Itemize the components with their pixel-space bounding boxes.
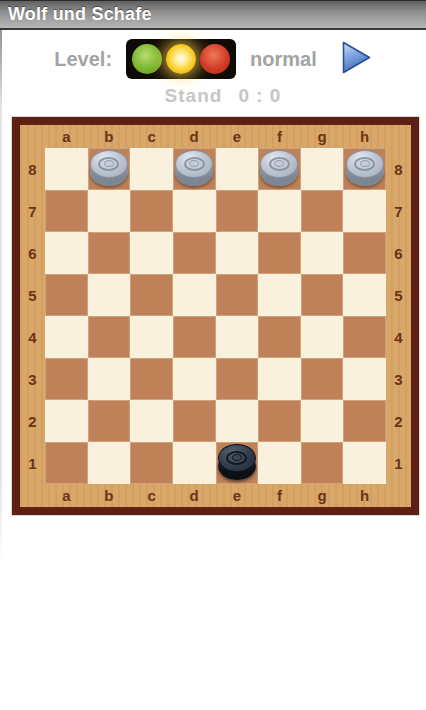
square-d4[interactable] [173,316,216,358]
checkers-board: abcdefgh8877665544332211abcdefgh [12,117,419,515]
score-row: Stand 0 : 0 [10,84,426,108]
square-e1[interactable] [216,442,259,484]
square-b8[interactable] [88,148,131,190]
yellow-light-icon[interactable] [166,44,196,74]
square-h6[interactable] [343,232,386,274]
file-label-top-a: a [45,125,88,148]
square-g8[interactable] [301,148,344,190]
square-g2[interactable] [301,400,344,442]
square-b5[interactable] [88,274,131,316]
square-f1[interactable] [258,442,301,484]
square-g6[interactable] [301,232,344,274]
square-g3[interactable] [301,358,344,400]
file-label-bottom-b: b [88,484,131,507]
square-b6[interactable] [88,232,131,274]
square-d5[interactable] [173,274,216,316]
square-c3[interactable] [130,358,173,400]
piece-center [360,160,370,167]
square-e5[interactable] [216,274,259,316]
piece-center [232,454,242,461]
square-c1[interactable] [130,442,173,484]
square-a3[interactable] [45,358,88,400]
rank-label-right-4: 4 [386,316,411,358]
square-d8[interactable] [173,148,216,190]
square-d7[interactable] [173,190,216,232]
square-g5[interactable] [301,274,344,316]
square-d2[interactable] [173,400,216,442]
square-h5[interactable] [343,274,386,316]
rank-label-right-6: 6 [386,232,411,274]
play-icon [341,40,372,78]
square-c2[interactable] [130,400,173,442]
square-g1[interactable] [301,442,344,484]
frame-corner [20,484,45,507]
square-f3[interactable] [258,358,301,400]
square-c8[interactable] [130,148,173,190]
frame-corner [20,125,45,148]
file-label-top-d: d [173,125,216,148]
wolf-piece-e1[interactable] [218,444,256,481]
square-b4[interactable] [88,316,131,358]
square-e8[interactable] [216,148,259,190]
square-a5[interactable] [45,274,88,316]
square-d1[interactable] [173,442,216,484]
file-label-top-e: e [216,125,259,148]
square-f7[interactable] [258,190,301,232]
square-b2[interactable] [88,400,131,442]
file-label-top-c: c [130,125,173,148]
file-label-bottom-g: g [301,484,344,507]
piece-center [104,160,114,167]
play-button[interactable] [341,40,372,78]
rank-label-right-8: 8 [386,148,411,190]
rank-label-left-8: 8 [20,148,45,190]
square-f6[interactable] [258,232,301,274]
piece-center [274,160,284,167]
file-label-bottom-d: d [173,484,216,507]
square-e7[interactable] [216,190,259,232]
rank-label-right-1: 1 [386,442,411,484]
square-b1[interactable] [88,442,131,484]
file-label-bottom-e: e [216,484,259,507]
rank-label-left-1: 1 [20,442,45,484]
square-e3[interactable] [216,358,259,400]
score-value: 0 : 0 [238,85,281,107]
square-c7[interactable] [130,190,173,232]
rank-label-right-5: 5 [386,274,411,316]
file-label-top-h: h [343,125,386,148]
square-a1[interactable] [45,442,88,484]
sheep-piece-h8[interactable] [346,150,384,187]
board-frame: abcdefgh8877665544332211abcdefgh [20,125,411,507]
rank-label-left-6: 6 [20,232,45,274]
level-controls: Level: normal [0,38,426,80]
piece-ring [269,157,290,171]
square-f8[interactable] [258,148,301,190]
screen-edge-shadow [0,30,2,563]
title-bar: Wolf und Schafe [0,0,426,30]
square-h3[interactable] [343,358,386,400]
frame-corner [386,484,411,507]
rank-label-left-7: 7 [20,190,45,232]
square-a6[interactable] [45,232,88,274]
piece-top [260,150,298,178]
file-label-top-f: f [258,125,301,148]
app-title: Wolf und Schafe [8,4,152,25]
square-c4[interactable] [130,316,173,358]
level-traffic-light[interactable] [126,39,236,79]
piece-ring [98,157,119,171]
square-h2[interactable] [343,400,386,442]
square-e2[interactable] [216,400,259,442]
square-h8[interactable] [343,148,386,190]
file-label-top-g: g [301,125,344,148]
rank-label-left-5: 5 [20,274,45,316]
square-a4[interactable] [45,316,88,358]
square-h4[interactable] [343,316,386,358]
square-f5[interactable] [258,274,301,316]
square-h1[interactable] [343,442,386,484]
sheep-piece-f8[interactable] [260,150,298,187]
piece-top [218,444,256,472]
square-b3[interactable] [88,358,131,400]
square-a8[interactable] [45,148,88,190]
square-d3[interactable] [173,358,216,400]
score-label: Stand [165,85,223,107]
rank-label-left-3: 3 [20,358,45,400]
square-g7[interactable] [301,190,344,232]
piece-top [346,150,384,178]
rank-label-right-2: 2 [386,400,411,442]
file-label-bottom-a: a [45,484,88,507]
square-f4[interactable] [258,316,301,358]
app-screen: Wolf und Schafe Level: normal [0,0,426,710]
file-label-bottom-c: c [130,484,173,507]
level-value: normal [250,48,317,71]
square-f2[interactable] [258,400,301,442]
square-c6[interactable] [130,232,173,274]
piece-ring [184,157,205,171]
piece-top [175,150,213,178]
level-label: Level: [54,48,112,71]
square-b7[interactable] [88,190,131,232]
square-h7[interactable] [343,190,386,232]
piece-center [189,160,199,167]
piece-top [90,150,128,178]
file-label-bottom-h: h [343,484,386,507]
rank-label-right-7: 7 [386,190,411,232]
rank-label-left-4: 4 [20,316,45,358]
red-light-icon[interactable] [200,44,230,74]
square-g4[interactable] [301,316,344,358]
piece-ring [354,157,375,171]
file-label-bottom-f: f [258,484,301,507]
square-a2[interactable] [45,400,88,442]
square-c5[interactable] [130,274,173,316]
sheep-piece-b8[interactable] [90,150,128,187]
piece-ring [226,451,247,465]
square-e6[interactable] [216,232,259,274]
square-e4[interactable] [216,316,259,358]
green-light-icon[interactable] [132,44,162,74]
rank-label-right-3: 3 [386,358,411,400]
file-label-top-b: b [88,125,131,148]
square-a7[interactable] [45,190,88,232]
sheep-piece-d8[interactable] [175,150,213,187]
rank-label-left-2: 2 [20,400,45,442]
square-d6[interactable] [173,232,216,274]
frame-corner [386,125,411,148]
